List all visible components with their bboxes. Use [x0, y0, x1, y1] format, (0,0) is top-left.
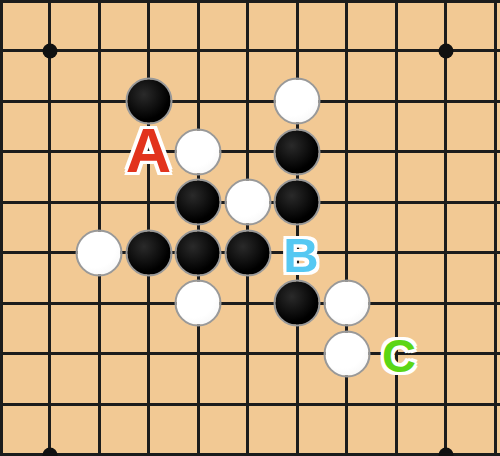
white-stone[interactable]	[76, 229, 123, 276]
black-stone[interactable]	[224, 229, 271, 276]
black-stone[interactable]	[175, 229, 222, 276]
white-stone[interactable]	[175, 280, 222, 327]
grid-line-vertical-9	[444, 0, 447, 456]
black-stone[interactable]	[274, 280, 321, 327]
star-point	[438, 447, 453, 456]
grid-line-horizontal-6	[0, 302, 500, 305]
white-stone[interactable]	[224, 179, 271, 226]
grid-line-vertical-2	[98, 0, 101, 456]
grid-line-horizontal-1	[0, 49, 500, 52]
grid-line-vertical-1	[48, 0, 51, 456]
grid-line-horizontal-0	[0, 0, 500, 3]
white-stone[interactable]	[274, 78, 321, 125]
white-stone[interactable]	[323, 330, 370, 377]
black-stone[interactable]	[175, 179, 222, 226]
grid-line-horizontal-7	[0, 352, 500, 355]
move-label-a[interactable]: A	[126, 118, 172, 181]
white-stone[interactable]	[175, 128, 222, 175]
go-board[interactable]: ABC	[0, 0, 500, 456]
grid-line-horizontal-8	[0, 403, 500, 406]
grid-line-horizontal-2	[0, 100, 500, 103]
grid-line-vertical-3	[147, 0, 150, 456]
white-stone[interactable]	[323, 280, 370, 327]
grid-line-vertical-0	[0, 0, 3, 456]
grid-line-horizontal-3	[0, 150, 500, 153]
move-label-b[interactable]: B	[283, 231, 318, 280]
grid-line-vertical-4	[197, 0, 200, 456]
grid-line-vertical-10	[494, 0, 497, 456]
move-label-c[interactable]: C	[382, 332, 416, 379]
star-point	[42, 43, 57, 58]
star-point	[438, 43, 453, 58]
black-stone[interactable]	[125, 229, 172, 276]
grid-line-vertical-5	[246, 0, 249, 456]
grid-line-vertical-7	[345, 0, 348, 456]
star-point	[42, 447, 57, 456]
black-stone[interactable]	[274, 128, 321, 175]
grid-line-vertical-8	[395, 0, 398, 456]
black-stone[interactable]	[274, 179, 321, 226]
